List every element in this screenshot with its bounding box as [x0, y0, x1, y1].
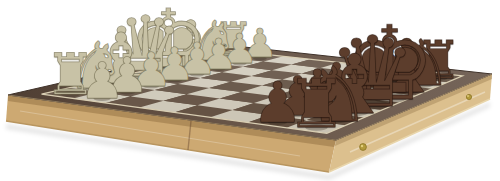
chess-board	[0, 0, 500, 181]
piece-shadow	[268, 119, 287, 125]
piece-shadow	[109, 79, 133, 86]
piece-shadow	[382, 78, 398, 83]
piece-shadow	[85, 85, 107, 91]
piece-shadow	[180, 62, 202, 68]
piece-shadow	[211, 67, 225, 71]
piece-shadow	[61, 91, 80, 97]
piece-shadow	[233, 61, 247, 65]
piece-shadow	[308, 105, 326, 110]
piece-shadow	[341, 108, 369, 116]
piece-shadow	[226, 53, 241, 58]
piece-shadow	[119, 90, 136, 95]
piece-shadow	[203, 58, 222, 64]
brass-clasp-1	[360, 144, 367, 151]
piece-shadow	[131, 72, 160, 80]
piece-shadow	[153, 66, 183, 75]
piece-shadow	[289, 112, 308, 117]
piece-shadow	[356, 100, 389, 110]
piece-shadow	[167, 78, 182, 83]
piece-shadow	[253, 56, 267, 60]
brass-clasp-2	[466, 94, 471, 99]
piece-shadow	[189, 72, 204, 76]
chess-set-product-photo: ♜♟♞♟♝♟♚♟♟♛♜♟♟♝♞♟♟♞♝♟♟♜♚♟♟♛♟♝♟♞♟♜	[0, 0, 500, 181]
clasp-highlight	[361, 145, 363, 147]
piece-shadow	[412, 81, 434, 87]
piece-shadow	[93, 96, 110, 101]
piece-shadow	[143, 84, 159, 89]
piece-shadow	[328, 98, 345, 103]
piece-shadow	[323, 116, 349, 124]
piece-shadow	[364, 85, 380, 90]
clasp-highlight	[467, 95, 469, 97]
piece-shadow	[430, 76, 448, 81]
piece-shadow	[305, 124, 328, 131]
piece-shadow	[398, 72, 413, 76]
piece-shadow	[346, 91, 363, 96]
